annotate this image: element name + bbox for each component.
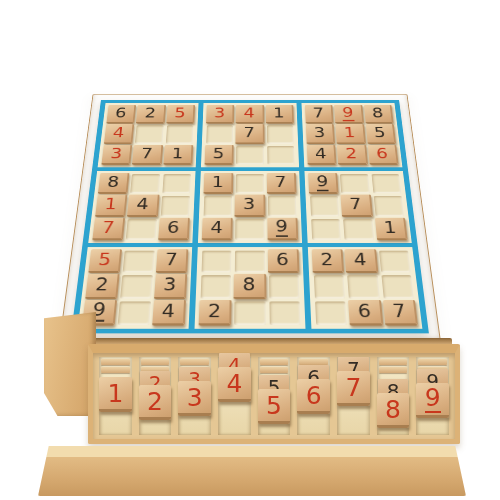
drawer-backtile-8[interactable]: 8 <box>378 379 409 394</box>
tile-digit: 1 <box>273 107 285 120</box>
stacked-tile-edge <box>141 359 170 365</box>
tile-digit: 1 <box>212 175 224 190</box>
tile-digit: 3 <box>187 385 203 410</box>
cell-r5c7[interactable] <box>310 196 339 216</box>
cell-r3c3[interactable]: 1 <box>164 146 192 165</box>
tile-7[interactable]: 7 <box>383 300 418 326</box>
tile-5[interactable]: 5 <box>205 145 234 165</box>
tile-7[interactable]: 7 <box>305 105 334 124</box>
drawer-backtile-2[interactable]: 2 <box>140 371 171 386</box>
stacked-tile-edge <box>379 359 408 365</box>
tile-digit: 4 <box>244 107 255 120</box>
cell-r8c5[interactable]: 8 <box>235 275 265 298</box>
block-6: 971 <box>304 171 411 243</box>
cell-r4c1[interactable]: 8 <box>99 174 129 193</box>
tile-digit: 1 <box>171 147 183 161</box>
cell-r1c3[interactable]: 5 <box>167 106 194 123</box>
cell-r7c2[interactable] <box>123 251 154 273</box>
drawer-backtile-5[interactable]: 5 <box>259 375 290 390</box>
tile-4[interactable]: 4 <box>345 249 378 273</box>
cell-r7c8[interactable]: 4 <box>346 251 377 273</box>
cell-r1c7[interactable]: 7 <box>306 106 333 123</box>
tile-digit: 7 <box>164 252 178 269</box>
cell-r3c5[interactable] <box>236 146 263 165</box>
cell-r3c8[interactable]: 2 <box>338 146 367 165</box>
cell-r7c1[interactable]: 5 <box>89 251 121 273</box>
tile-drawer[interactable]: 12233445566778899 <box>88 344 460 444</box>
cell-r5c8[interactable]: 7 <box>342 196 372 216</box>
cell-r7c7[interactable]: 2 <box>313 251 344 273</box>
tile-digit: 3 <box>313 126 325 140</box>
cell-r9c3[interactable]: 4 <box>153 301 185 325</box>
tile-4[interactable]: 4 <box>104 124 135 144</box>
tile-digit: 8 <box>106 175 120 190</box>
drawer-slot-3[interactable]: 33 <box>178 357 211 435</box>
tile-digit: 5 <box>373 126 386 140</box>
cell-r1c4[interactable]: 3 <box>207 106 234 123</box>
cell-r8c8[interactable] <box>347 275 379 298</box>
cell-r2c5[interactable]: 7 <box>237 125 264 143</box>
tile-digit: 7 <box>243 126 254 140</box>
stacked-tile-edge <box>101 367 130 373</box>
cell-r6c6[interactable]: 9 <box>268 219 297 240</box>
drawer-tile-6[interactable]: 6 <box>297 379 330 414</box>
tile-digit: 2 <box>208 302 222 320</box>
tile-digit: 9 <box>425 385 441 413</box>
tile-digit: 6 <box>276 252 289 269</box>
cell-r2c4[interactable] <box>206 125 233 143</box>
tile-7[interactable]: 7 <box>266 173 296 194</box>
tile-digit: 8 <box>371 107 384 120</box>
sudoku-board: 6254371341757983154268147617349971572394… <box>59 94 441 342</box>
stacked-tile-edge <box>180 359 209 365</box>
cell-r8c9[interactable] <box>381 275 414 298</box>
tile-digit: 2 <box>320 252 334 269</box>
cell-r4c7[interactable]: 9 <box>309 174 338 193</box>
cell-r7c3[interactable]: 7 <box>157 251 188 273</box>
cell-r7c9[interactable] <box>379 251 411 273</box>
tile-digit: 7 <box>312 107 324 120</box>
tile-digit: 1 <box>383 220 397 236</box>
cell-r7c6[interactable]: 6 <box>268 251 298 273</box>
tile-1[interactable]: 1 <box>95 195 128 217</box>
cell-r8c2[interactable] <box>120 275 152 298</box>
cell-r6c5[interactable] <box>235 219 264 240</box>
tile-digit: 7 <box>392 302 407 320</box>
cell-r5c2[interactable]: 4 <box>128 196 158 216</box>
drawer-slot-2[interactable]: 22 <box>139 357 172 435</box>
tile-digit: 6 <box>166 220 179 236</box>
tile-digit: 3 <box>163 277 177 295</box>
tile-digit: 5 <box>97 252 111 269</box>
cell-r6c9[interactable]: 1 <box>376 219 407 240</box>
cell-r5c1[interactable]: 1 <box>96 196 126 216</box>
cell-r3c1[interactable]: 3 <box>102 146 131 165</box>
cell-r9c2[interactable] <box>118 301 151 325</box>
drawer-tile-4[interactable]: 4 <box>218 367 251 402</box>
cell-r1c2[interactable]: 2 <box>137 106 165 123</box>
tile-digit: 2 <box>345 147 358 161</box>
cell-r8c3[interactable]: 3 <box>155 275 186 298</box>
tile-digit: 8 <box>243 277 256 295</box>
tile-6[interactable]: 6 <box>267 249 299 273</box>
product-photo-sudoku-set: 6254371341757983154268147617349971572394… <box>0 0 500 500</box>
tile-9[interactable]: 9 <box>267 217 298 240</box>
tile-digit: 4 <box>353 252 367 269</box>
tile-digit: 3 <box>214 107 226 120</box>
drawer-front-panel[interactable] <box>38 446 466 496</box>
tile-digit: 4 <box>136 197 149 213</box>
block-2: 34175 <box>201 103 299 167</box>
cell-r9c6[interactable] <box>269 301 300 325</box>
tile-6[interactable]: 6 <box>158 217 190 240</box>
cell-r9c5[interactable] <box>235 301 266 325</box>
tile-2[interactable]: 2 <box>337 145 368 165</box>
drawer-slot-8[interactable]: 88 <box>377 357 410 435</box>
tile-digit: 1 <box>107 381 123 406</box>
tile-7[interactable]: 7 <box>156 249 189 273</box>
drawer-tile-8[interactable]: 8 <box>377 393 410 428</box>
drawer-backtile-4[interactable]: 4 <box>219 353 250 368</box>
tile-digit: 6 <box>375 147 388 161</box>
tile-6[interactable]: 6 <box>106 105 136 124</box>
tile-digit: 2 <box>144 107 156 120</box>
tile-digit: 2 <box>94 277 109 295</box>
drawer-backtile-7[interactable]: 7 <box>338 357 369 372</box>
drawer-slot-4[interactable]: 44 <box>218 357 251 435</box>
cell-r8c4[interactable] <box>201 275 232 298</box>
cell-r6c1[interactable]: 7 <box>93 219 124 240</box>
tile-digit: 5 <box>266 393 282 418</box>
tile-3[interactable]: 3 <box>206 105 234 124</box>
tile-2[interactable]: 2 <box>312 249 345 273</box>
tile-6[interactable]: 6 <box>348 300 383 326</box>
cell-r4c6[interactable]: 7 <box>267 174 295 193</box>
tile-digit: 7 <box>101 220 115 236</box>
tile-1[interactable]: 1 <box>266 105 294 124</box>
cell-r2c2[interactable] <box>135 125 163 143</box>
drawer-tile-3[interactable]: 3 <box>178 381 211 416</box>
cell-r5c6[interactable] <box>268 196 297 216</box>
tile-digit: 3 <box>243 197 255 213</box>
cell-r4c2[interactable] <box>130 174 159 193</box>
cell-r6c7[interactable] <box>311 219 341 240</box>
tile-5[interactable]: 5 <box>88 249 122 273</box>
cell-r3c9[interactable]: 6 <box>368 146 397 165</box>
tile-4[interactable]: 4 <box>202 217 233 240</box>
drawer-tile-7[interactable]: 7 <box>337 371 370 406</box>
cell-r3c7[interactable]: 4 <box>308 146 336 165</box>
tile-digit: 5 <box>174 107 186 120</box>
block-5: 17349 <box>198 171 302 243</box>
cell-r1c9[interactable]: 8 <box>365 106 393 123</box>
cell-r5c3[interactable] <box>160 196 190 216</box>
sudoku-grid: 6254371341757983154268147617349971572394… <box>71 100 429 333</box>
tile-7[interactable]: 7 <box>132 145 163 165</box>
cell-r5c9[interactable] <box>373 196 404 216</box>
tile-digit: 9 <box>275 219 288 237</box>
drawer-backtile-9[interactable]: 9 <box>417 369 448 384</box>
tile-4[interactable]: 4 <box>307 145 337 165</box>
drawer-backtile-6[interactable]: 6 <box>298 365 329 380</box>
tile-digit: 7 <box>140 147 153 161</box>
tile-5[interactable]: 5 <box>166 105 195 124</box>
cell-r6c4[interactable]: 4 <box>203 219 232 240</box>
tile-3[interactable]: 3 <box>154 274 187 299</box>
drawer-slot-9[interactable]: 99 <box>416 357 449 435</box>
drawer-tile-5[interactable]: 5 <box>258 389 291 424</box>
drawer-tile-2[interactable]: 2 <box>139 385 172 420</box>
cell-r4c9[interactable] <box>371 174 401 193</box>
cell-r2c9[interactable]: 5 <box>366 125 395 143</box>
tile-8[interactable]: 8 <box>364 105 394 124</box>
tile-7[interactable]: 7 <box>92 217 125 240</box>
tile-digit: 4 <box>210 220 223 236</box>
tile-3[interactable]: 3 <box>235 195 265 217</box>
cell-r1c8[interactable]: 9 <box>335 106 363 123</box>
stacked-tile-edge <box>260 367 289 373</box>
tile-1[interactable]: 1 <box>203 173 233 194</box>
drawer-slot-6[interactable]: 66 <box>297 357 330 435</box>
tile-9[interactable]: 9 <box>334 105 364 124</box>
tile-digit: 5 <box>213 147 225 161</box>
cell-r1c6[interactable]: 1 <box>266 106 293 123</box>
tile-8[interactable]: 8 <box>98 173 130 194</box>
tile-digit: 4 <box>161 302 175 320</box>
tile-7[interactable]: 7 <box>236 124 265 144</box>
cell-r8c1[interactable]: 2 <box>86 275 119 298</box>
tile-4[interactable]: 4 <box>127 195 159 217</box>
tile-digit: 6 <box>357 302 372 320</box>
block-3: 798315426 <box>301 103 402 167</box>
tile-8[interactable]: 8 <box>234 274 266 299</box>
tile-digit: 4 <box>112 126 125 140</box>
drawer-slot-7[interactable]: 77 <box>337 357 370 435</box>
tile-5[interactable]: 5 <box>366 124 397 144</box>
stacked-tile-edge <box>260 359 289 365</box>
tile-3[interactable]: 3 <box>101 145 132 165</box>
cell-r4c3[interactable] <box>162 174 191 193</box>
block-8: 682 <box>195 247 306 329</box>
tile-digit: 6 <box>306 383 322 408</box>
cell-r3c4[interactable]: 5 <box>205 146 233 165</box>
tile-2[interactable]: 2 <box>85 274 120 299</box>
cell-r4c8[interactable] <box>340 174 369 193</box>
cell-r8c6[interactable] <box>269 275 300 298</box>
cell-r9c8[interactable]: 6 <box>349 301 382 325</box>
cell-r2c3[interactable] <box>166 125 194 143</box>
cell-r1c5[interactable]: 4 <box>237 106 263 123</box>
cell-r4c5[interactable] <box>236 174 264 193</box>
tile-digit: 6 <box>114 107 127 120</box>
tile-3[interactable]: 3 <box>306 124 336 144</box>
cell-r1c1[interactable]: 6 <box>107 106 135 123</box>
block-4: 81476 <box>88 171 195 243</box>
cell-r5c4[interactable] <box>204 196 233 216</box>
cell-r6c3[interactable]: 6 <box>159 219 189 240</box>
cell-r9c9[interactable]: 7 <box>384 301 417 325</box>
stacked-tile-edge <box>379 367 408 373</box>
drawer-tile-1[interactable]: 1 <box>99 377 132 412</box>
cell-r2c7[interactable]: 3 <box>307 125 335 143</box>
tile-digit: 3 <box>110 147 123 161</box>
cell-r6c8[interactable] <box>343 219 374 240</box>
cell-r2c6[interactable] <box>267 125 294 143</box>
tile-1[interactable]: 1 <box>336 124 366 144</box>
tile-digit: 7 <box>345 375 361 400</box>
tile-digit: 7 <box>349 197 362 213</box>
stacked-tile-edge <box>101 359 130 365</box>
cell-r7c4[interactable] <box>202 251 232 273</box>
tile-digit: 4 <box>226 371 242 396</box>
tile-1[interactable]: 1 <box>163 145 193 165</box>
tile-4[interactable]: 4 <box>236 105 264 124</box>
tile-2[interactable]: 2 <box>199 300 232 326</box>
tile-digit: 7 <box>274 175 286 190</box>
block-1: 6254371 <box>98 103 199 167</box>
tile-digit: 1 <box>104 197 118 213</box>
cell-r7c5[interactable] <box>235 251 265 273</box>
cell-r2c8[interactable]: 1 <box>337 125 365 143</box>
tile-digit: 4 <box>315 147 327 161</box>
tile-digit: 8 <box>385 397 401 422</box>
tile-digit: 9 <box>316 174 329 191</box>
block-9: 2467 <box>308 247 423 329</box>
cell-r5c5[interactable]: 3 <box>236 196 265 216</box>
tile-6[interactable]: 6 <box>367 145 398 165</box>
tile-1[interactable]: 1 <box>375 217 408 240</box>
tile-4[interactable]: 4 <box>152 300 186 326</box>
cell-r4c4[interactable]: 1 <box>204 174 232 193</box>
tile-7[interactable]: 7 <box>341 195 373 217</box>
tile-digit: 9 <box>342 106 354 121</box>
cell-r2c1[interactable]: 4 <box>105 125 134 143</box>
stacked-tile-edge <box>418 359 447 365</box>
tile-2[interactable]: 2 <box>136 105 166 124</box>
cell-r3c6[interactable] <box>267 146 295 165</box>
cell-r3c2[interactable]: 7 <box>133 146 162 165</box>
wooden-frame: 6254371341757983154268147617349971572394… <box>59 94 441 342</box>
cell-r9c4[interactable]: 2 <box>200 301 231 325</box>
cell-r6c2[interactable] <box>126 219 157 240</box>
cell-r9c7[interactable] <box>315 301 347 325</box>
drawer-backtile-3[interactable]: 3 <box>179 367 210 382</box>
cell-r8c7[interactable] <box>314 275 345 298</box>
drawer-slot-5[interactable]: 55 <box>258 357 291 435</box>
drawer-slot-1[interactable]: 1 <box>99 357 132 435</box>
drawer-tile-9[interactable]: 9 <box>416 383 449 418</box>
tile-digit: 1 <box>343 126 356 140</box>
tile-digit: 2 <box>147 389 163 414</box>
tile-9[interactable]: 9 <box>308 173 339 194</box>
